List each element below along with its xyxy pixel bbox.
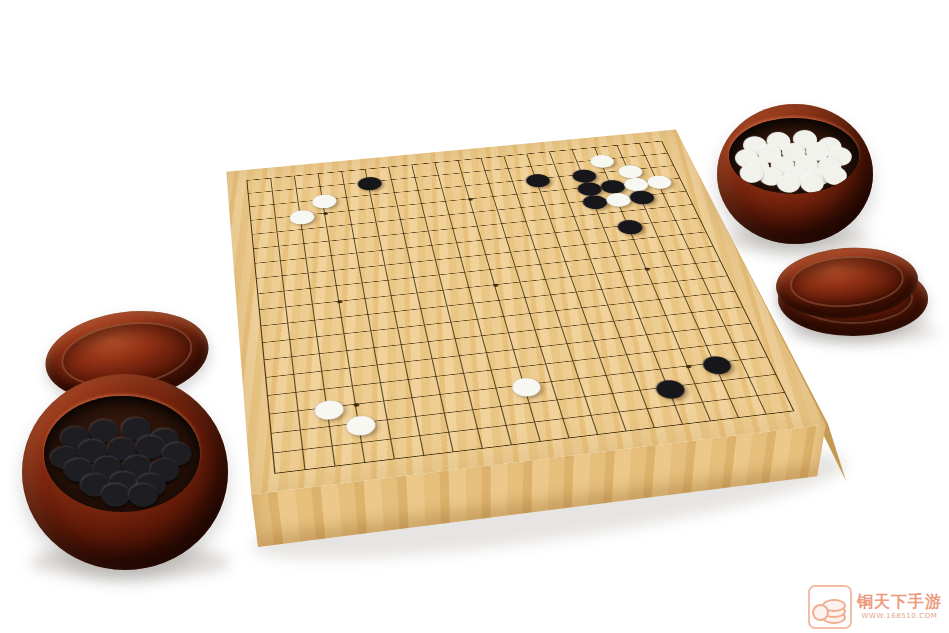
white-bowl-stone: ● [738,163,766,182]
watermark-url: WWW.168510.COM [862,613,938,620]
hoshi-point [492,283,498,286]
board-grid: ●●●●●●●●●●●●●●●●●●●● [246,141,794,474]
black-stone: ● [522,171,550,186]
black-stone: ● [697,353,732,374]
black-stone: ● [613,217,643,233]
hoshi-point [467,198,472,201]
white-stone: ● [287,208,313,224]
white-stone: ● [507,374,540,395]
hoshi-point [322,212,327,215]
black-stone: ● [625,188,654,204]
black-bowl-mouth: ●●●●●●●●●●●●●●●●●● [44,396,200,512]
hoshi-point [685,364,692,368]
hoshi-point [353,402,359,406]
hoshi-point [521,383,527,387]
white-bowl-stone: ● [821,164,849,183]
white-bowl-mouth: ●●●●●●●●●●●●●●●●●●●● [729,118,859,194]
white-stone: ● [311,397,342,419]
black-stone: ● [355,174,381,189]
black-bowl-stone: ● [125,480,162,506]
coins-icon [808,585,852,629]
watermark-title: 铜天下手游 [857,594,942,611]
photo-go-scene: { "game": "go", "board": { "size": 19, "… [0,0,949,633]
white-stone: ● [342,412,374,435]
hoshi-point [336,300,342,304]
hoshi-point [644,267,650,270]
black-stone: ● [650,376,685,397]
watermark: 铜天下手游 WWW.168510.COM [808,584,944,630]
black-stone-bowl: ●●●●●●●●●●●●●●●●●● [22,374,228,570]
white-stone-bowl: ●●●●●●●●●●●●●●●●●●●● [717,104,873,244]
